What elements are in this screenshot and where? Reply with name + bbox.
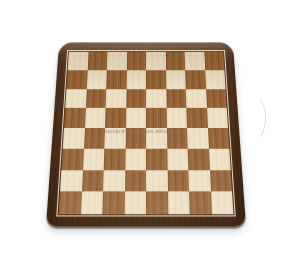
square-g6 [186, 89, 207, 108]
square-a4 [63, 128, 85, 149]
square-c8 [107, 52, 127, 70]
square-g1 [189, 192, 212, 215]
square-a3 [61, 149, 83, 170]
square-c1 [102, 192, 124, 215]
board-trim-line [56, 50, 235, 216]
product-photo-canvas: stonkraft.trustpass.alibaba.com [0, 0, 300, 262]
square-f2 [167, 170, 189, 192]
board-frame [46, 42, 246, 226]
photo-artifact-arc [238, 94, 266, 142]
square-d6 [126, 89, 146, 108]
square-b4 [84, 128, 105, 149]
square-b7 [86, 70, 106, 89]
square-e2 [146, 170, 168, 192]
square-c6 [106, 89, 126, 108]
square-d8 [126, 52, 146, 70]
square-d4 [125, 128, 146, 149]
square-a7 [66, 70, 87, 89]
square-b8 [87, 52, 107, 70]
square-e5 [146, 108, 167, 128]
square-b2 [81, 170, 103, 192]
square-a2 [60, 170, 83, 192]
square-a6 [65, 89, 86, 108]
square-h2 [209, 170, 232, 192]
square-f3 [167, 149, 188, 170]
square-f1 [168, 192, 190, 215]
chess-board-scene [53, 34, 239, 222]
square-d2 [124, 170, 146, 192]
square-b5 [85, 108, 106, 128]
square-g8 [185, 52, 205, 70]
square-h7 [205, 70, 226, 89]
square-b3 [83, 149, 105, 170]
square-a1 [59, 192, 82, 215]
square-h6 [206, 89, 227, 108]
square-e4 [146, 128, 167, 149]
square-f8 [165, 52, 185, 70]
square-d7 [126, 70, 146, 89]
square-c4 [104, 128, 125, 149]
square-f4 [167, 128, 188, 149]
square-h3 [208, 149, 230, 170]
square-f6 [166, 89, 186, 108]
square-g2 [188, 170, 210, 192]
square-a5 [64, 108, 85, 128]
square-b1 [80, 192, 103, 215]
square-e1 [146, 192, 168, 215]
chess-board [59, 52, 234, 214]
square-g3 [188, 149, 210, 170]
square-c2 [103, 170, 125, 192]
square-g7 [185, 70, 205, 89]
square-c5 [105, 108, 126, 128]
square-e7 [146, 70, 166, 89]
square-f7 [166, 70, 186, 89]
square-c3 [104, 149, 125, 170]
square-d1 [124, 192, 146, 215]
square-d3 [125, 149, 146, 170]
square-h8 [204, 52, 224, 70]
square-g5 [186, 108, 207, 128]
square-e6 [146, 89, 166, 108]
square-c7 [106, 70, 126, 89]
square-h1 [211, 192, 234, 215]
square-e8 [146, 52, 166, 70]
square-a8 [68, 52, 88, 70]
square-f5 [166, 108, 187, 128]
square-d5 [126, 108, 147, 128]
square-h4 [208, 128, 230, 149]
square-b6 [85, 89, 106, 108]
square-h5 [207, 108, 228, 128]
square-g4 [187, 128, 208, 149]
square-e3 [146, 149, 167, 170]
